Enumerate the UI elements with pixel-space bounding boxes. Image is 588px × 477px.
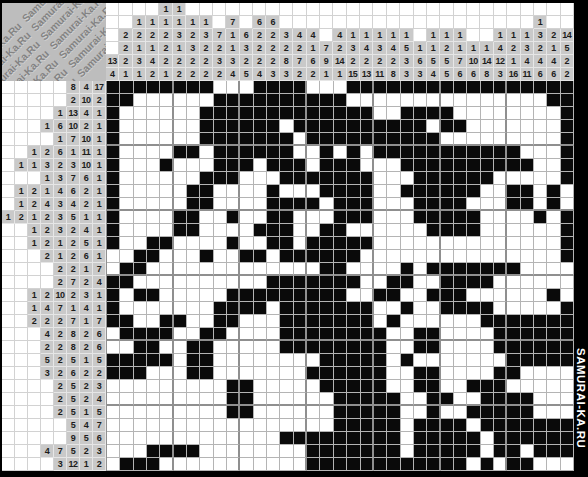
board-cell-empty[interactable] — [387, 367, 400, 380]
board-cell-filled[interactable] — [334, 315, 347, 328]
board-cell-empty[interactable] — [387, 328, 400, 341]
board-cell-empty[interactable] — [534, 250, 547, 263]
board-cell-empty[interactable] — [294, 263, 307, 276]
board-cell-empty[interactable] — [401, 432, 414, 445]
board-cell-filled[interactable] — [174, 146, 187, 159]
board-cell-filled[interactable] — [401, 354, 414, 367]
board-cell-filled[interactable] — [320, 185, 333, 198]
board-cell-filled[interactable] — [387, 276, 400, 289]
board-cell-empty[interactable] — [387, 172, 400, 185]
board-cell-filled[interactable] — [227, 237, 240, 250]
board-cell-empty[interactable] — [521, 94, 534, 107]
board-cell-filled[interactable] — [401, 263, 414, 276]
board-cell-empty[interactable] — [401, 406, 414, 419]
board-cell-empty[interactable] — [401, 211, 414, 224]
board-cell-empty[interactable] — [240, 445, 253, 458]
board-cell-filled[interactable] — [374, 120, 387, 133]
board-cell-empty[interactable] — [481, 354, 494, 367]
board-cell-filled[interactable] — [174, 315, 187, 328]
board-cell-empty[interactable] — [521, 263, 534, 276]
board-cell-empty[interactable] — [414, 406, 427, 419]
board-cell-filled[interactable] — [134, 263, 147, 276]
board-cell-empty[interactable] — [361, 94, 374, 107]
board-cell-empty[interactable] — [254, 354, 267, 367]
board-cell-filled[interactable] — [374, 432, 387, 445]
board-cell-empty[interactable] — [174, 341, 187, 354]
board-cell-filled[interactable] — [160, 159, 173, 172]
board-cell-empty[interactable] — [507, 94, 520, 107]
board-cell-filled[interactable] — [347, 172, 360, 185]
board-cell-empty[interactable] — [547, 133, 560, 146]
board-cell-filled[interactable] — [120, 263, 133, 276]
board-cell-filled[interactable] — [107, 237, 120, 250]
board-cell-empty[interactable] — [160, 289, 173, 302]
board-cell-filled[interactable] — [441, 107, 454, 120]
board-cell-filled[interactable] — [561, 315, 574, 328]
board-cell-empty[interactable] — [160, 380, 173, 393]
board-cell-filled[interactable] — [334, 237, 347, 250]
board-cell-empty[interactable] — [374, 159, 387, 172]
board-cell-filled[interactable] — [320, 94, 333, 107]
board-cell-filled[interactable] — [320, 133, 333, 146]
board-cell-empty[interactable] — [307, 406, 320, 419]
board-cell-filled[interactable] — [347, 185, 360, 198]
board-cell-filled[interactable] — [361, 341, 374, 354]
board-cell-empty[interactable] — [280, 367, 293, 380]
board-cell-empty[interactable] — [214, 263, 227, 276]
board-cell-empty[interactable] — [387, 250, 400, 263]
board-cell-empty[interactable] — [160, 458, 173, 471]
board-cell-empty[interactable] — [481, 94, 494, 107]
board-cell-filled[interactable] — [107, 315, 120, 328]
board-cell-empty[interactable] — [134, 380, 147, 393]
board-cell-filled[interactable] — [347, 159, 360, 172]
board-cell-filled[interactable] — [107, 224, 120, 237]
board-cell-filled[interactable] — [387, 315, 400, 328]
board-cell-empty[interactable] — [534, 367, 547, 380]
board-cell-empty[interactable] — [467, 367, 480, 380]
board-cell-filled[interactable] — [320, 276, 333, 289]
board-cell-filled[interactable] — [454, 159, 467, 172]
board-cell-empty[interactable] — [107, 406, 120, 419]
board-cell-empty[interactable] — [454, 328, 467, 341]
board-cell-filled[interactable] — [307, 445, 320, 458]
board-cell-filled[interactable] — [467, 211, 480, 224]
board-cell-empty[interactable] — [481, 445, 494, 458]
board-cell-filled[interactable] — [494, 341, 507, 354]
board-cell-filled[interactable] — [334, 367, 347, 380]
board-cell-empty[interactable] — [200, 276, 213, 289]
board-cell-empty[interactable] — [454, 250, 467, 263]
board-cell-empty[interactable] — [200, 380, 213, 393]
board-cell-empty[interactable] — [521, 250, 534, 263]
board-cell-filled[interactable] — [174, 81, 187, 94]
board-cell-empty[interactable] — [347, 224, 360, 237]
board-cell-filled[interactable] — [320, 432, 333, 445]
board-cell-empty[interactable] — [521, 276, 534, 289]
board-cell-filled[interactable] — [427, 419, 440, 432]
board-cell-empty[interactable] — [120, 445, 133, 458]
board-cell-empty[interactable] — [120, 289, 133, 302]
board-cell-empty[interactable] — [120, 146, 133, 159]
board-cell-empty[interactable] — [454, 341, 467, 354]
board-cell-empty[interactable] — [320, 419, 333, 432]
board-cell-filled[interactable] — [240, 302, 253, 315]
board-cell-filled[interactable] — [334, 406, 347, 419]
board-cell-empty[interactable] — [494, 458, 507, 471]
board-cell-empty[interactable] — [134, 107, 147, 120]
board-cell-empty[interactable] — [467, 198, 480, 211]
board-cell-filled[interactable] — [320, 367, 333, 380]
board-cell-filled[interactable] — [374, 380, 387, 393]
board-cell-filled[interactable] — [240, 107, 253, 120]
board-cell-filled[interactable] — [361, 133, 374, 146]
board-cell-empty[interactable] — [347, 263, 360, 276]
board-cell-filled[interactable] — [254, 81, 267, 94]
board-cell-empty[interactable] — [494, 224, 507, 237]
board-cell-filled[interactable] — [334, 276, 347, 289]
board-cell-empty[interactable] — [160, 107, 173, 120]
board-cell-filled[interactable] — [200, 107, 213, 120]
board-cell-empty[interactable] — [481, 289, 494, 302]
board-cell-empty[interactable] — [160, 211, 173, 224]
board-cell-filled[interactable] — [347, 367, 360, 380]
board-cell-filled[interactable] — [507, 81, 520, 94]
board-cell-empty[interactable] — [507, 120, 520, 133]
board-cell-filled[interactable] — [200, 185, 213, 198]
board-cell-filled[interactable] — [441, 263, 454, 276]
board-cell-empty[interactable] — [227, 328, 240, 341]
board-cell-empty[interactable] — [187, 380, 200, 393]
board-cell-filled[interactable] — [467, 276, 480, 289]
board-cell-empty[interactable] — [507, 133, 520, 146]
board-cell-filled[interactable] — [107, 276, 120, 289]
board-cell-filled[interactable] — [521, 159, 534, 172]
board-cell-filled[interactable] — [387, 146, 400, 159]
board-cell-empty[interactable] — [214, 250, 227, 263]
board-cell-filled[interactable] — [334, 328, 347, 341]
board-cell-empty[interactable] — [214, 276, 227, 289]
board-cell-filled[interactable] — [214, 159, 227, 172]
board-cell-filled[interactable] — [294, 328, 307, 341]
board-cell-filled[interactable] — [414, 81, 427, 94]
board-cell-empty[interactable] — [481, 237, 494, 250]
board-cell-empty[interactable] — [547, 159, 560, 172]
board-cell-filled[interactable] — [267, 198, 280, 211]
board-cell-empty[interactable] — [334, 146, 347, 159]
board-cell-empty[interactable] — [494, 276, 507, 289]
board-cell-filled[interactable] — [374, 133, 387, 146]
board-cell-empty[interactable] — [561, 198, 574, 211]
board-cell-filled[interactable] — [227, 393, 240, 406]
board-cell-empty[interactable] — [160, 263, 173, 276]
board-cell-filled[interactable] — [467, 159, 480, 172]
board-cell-empty[interactable] — [134, 211, 147, 224]
board-cell-filled[interactable] — [494, 263, 507, 276]
board-cell-empty[interactable] — [160, 172, 173, 185]
board-cell-empty[interactable] — [361, 146, 374, 159]
board-cell-empty[interactable] — [414, 354, 427, 367]
board-cell-empty[interactable] — [441, 94, 454, 107]
board-cell-empty[interactable] — [267, 328, 280, 341]
board-cell-filled[interactable] — [561, 445, 574, 458]
board-cell-empty[interactable] — [427, 94, 440, 107]
board-cell-filled[interactable] — [534, 81, 547, 94]
board-cell-empty[interactable] — [547, 146, 560, 159]
board-cell-empty[interactable] — [107, 458, 120, 471]
board-cell-empty[interactable] — [240, 224, 253, 237]
board-cell-empty[interactable] — [320, 81, 333, 94]
board-cell-empty[interactable] — [174, 302, 187, 315]
board-cell-empty[interactable] — [187, 315, 200, 328]
board-cell-empty[interactable] — [307, 211, 320, 224]
board-cell-filled[interactable] — [414, 120, 427, 133]
board-cell-filled[interactable] — [307, 302, 320, 315]
board-cell-filled[interactable] — [187, 81, 200, 94]
board-cell-filled[interactable] — [374, 289, 387, 302]
board-cell-filled[interactable] — [401, 185, 414, 198]
board-cell-filled[interactable] — [414, 133, 427, 146]
board-cell-empty[interactable] — [160, 419, 173, 432]
board-cell-filled[interactable] — [494, 419, 507, 432]
board-cell-empty[interactable] — [427, 315, 440, 328]
board-cell-empty[interactable] — [147, 224, 160, 237]
board-cell-empty[interactable] — [227, 224, 240, 237]
board-cell-empty[interactable] — [454, 367, 467, 380]
board-cell-filled[interactable] — [441, 172, 454, 185]
board-cell-empty[interactable] — [467, 341, 480, 354]
board-cell-filled[interactable] — [120, 458, 133, 471]
board-cell-filled[interactable] — [441, 224, 454, 237]
board-cell-filled[interactable] — [334, 445, 347, 458]
board-cell-filled[interactable] — [200, 328, 213, 341]
board-cell-filled[interactable] — [307, 198, 320, 211]
board-cell-empty[interactable] — [441, 406, 454, 419]
board-cell-empty[interactable] — [387, 94, 400, 107]
board-cell-filled[interactable] — [107, 159, 120, 172]
board-cell-empty[interactable] — [187, 120, 200, 133]
board-cell-empty[interactable] — [401, 341, 414, 354]
board-cell-filled[interactable] — [347, 211, 360, 224]
board-cell-empty[interactable] — [441, 354, 454, 367]
board-cell-empty[interactable] — [414, 302, 427, 315]
board-cell-filled[interactable] — [427, 185, 440, 198]
board-cell-filled[interactable] — [547, 94, 560, 107]
board-cell-empty[interactable] — [401, 328, 414, 341]
board-cell-filled[interactable] — [454, 211, 467, 224]
board-cell-empty[interactable] — [494, 198, 507, 211]
board-cell-filled[interactable] — [441, 198, 454, 211]
board-cell-empty[interactable] — [227, 432, 240, 445]
board-cell-filled[interactable] — [467, 380, 480, 393]
board-cell-filled[interactable] — [507, 315, 520, 328]
board-cell-empty[interactable] — [547, 250, 560, 263]
board-cell-filled[interactable] — [267, 81, 280, 94]
board-cell-filled[interactable] — [494, 159, 507, 172]
board-cell-filled[interactable] — [347, 458, 360, 471]
board-cell-empty[interactable] — [214, 81, 227, 94]
board-cell-filled[interactable] — [481, 263, 494, 276]
board-cell-empty[interactable] — [187, 237, 200, 250]
board-cell-filled[interactable] — [547, 185, 560, 198]
board-cell-empty[interactable] — [507, 302, 520, 315]
board-cell-filled[interactable] — [200, 81, 213, 94]
board-cell-filled[interactable] — [547, 341, 560, 354]
board-cell-filled[interactable] — [307, 367, 320, 380]
board-cell-empty[interactable] — [174, 380, 187, 393]
board-cell-empty[interactable] — [521, 146, 534, 159]
board-cell-filled[interactable] — [280, 211, 293, 224]
board-cell-filled[interactable] — [334, 224, 347, 237]
board-cell-empty[interactable] — [427, 120, 440, 133]
board-cell-filled[interactable] — [320, 458, 333, 471]
board-cell-filled[interactable] — [320, 120, 333, 133]
board-cell-filled[interactable] — [334, 432, 347, 445]
board-cell-filled[interactable] — [467, 185, 480, 198]
board-cell-empty[interactable] — [494, 302, 507, 315]
board-cell-empty[interactable] — [280, 393, 293, 406]
board-cell-empty[interactable] — [534, 94, 547, 107]
board-cell-filled[interactable] — [107, 211, 120, 224]
board-cell-empty[interactable] — [467, 419, 480, 432]
board-cell-empty[interactable] — [227, 185, 240, 198]
board-cell-filled[interactable] — [454, 146, 467, 159]
board-cell-empty[interactable] — [200, 458, 213, 471]
board-cell-filled[interactable] — [200, 120, 213, 133]
board-cell-filled[interactable] — [334, 393, 347, 406]
board-cell-empty[interactable] — [521, 211, 534, 224]
board-cell-filled[interactable] — [427, 289, 440, 302]
board-cell-empty[interactable] — [200, 211, 213, 224]
board-cell-filled[interactable] — [441, 432, 454, 445]
board-cell-filled[interactable] — [494, 328, 507, 341]
board-cell-filled[interactable] — [174, 224, 187, 237]
board-cell-filled[interactable] — [427, 445, 440, 458]
board-cell-empty[interactable] — [200, 237, 213, 250]
board-cell-empty[interactable] — [174, 263, 187, 276]
board-cell-filled[interactable] — [320, 250, 333, 263]
board-cell-filled[interactable] — [107, 367, 120, 380]
board-cell-filled[interactable] — [240, 380, 253, 393]
board-cell-empty[interactable] — [174, 133, 187, 146]
board-cell-filled[interactable] — [280, 146, 293, 159]
board-cell-filled[interactable] — [547, 419, 560, 432]
board-cell-empty[interactable] — [494, 289, 507, 302]
board-cell-empty[interactable] — [307, 393, 320, 406]
board-cell-filled[interactable] — [454, 224, 467, 237]
board-cell-empty[interactable] — [547, 120, 560, 133]
board-cell-filled[interactable] — [320, 315, 333, 328]
board-cell-empty[interactable] — [387, 263, 400, 276]
board-cell-empty[interactable] — [294, 224, 307, 237]
board-cell-empty[interactable] — [467, 120, 480, 133]
board-cell-filled[interactable] — [387, 445, 400, 458]
board-cell-empty[interactable] — [294, 237, 307, 250]
board-cell-empty[interactable] — [374, 250, 387, 263]
board-cell-filled[interactable] — [454, 432, 467, 445]
board-cell-empty[interactable] — [547, 172, 560, 185]
board-cell-filled[interactable] — [280, 302, 293, 315]
board-cell-filled[interactable] — [240, 120, 253, 133]
board-cell-empty[interactable] — [294, 146, 307, 159]
board-cell-filled[interactable] — [307, 237, 320, 250]
board-cell-filled[interactable] — [267, 120, 280, 133]
board-cell-empty[interactable] — [254, 380, 267, 393]
board-cell-filled[interactable] — [441, 146, 454, 159]
board-cell-empty[interactable] — [120, 302, 133, 315]
board-cell-empty[interactable] — [494, 107, 507, 120]
board-cell-empty[interactable] — [187, 406, 200, 419]
board-cell-filled[interactable] — [414, 367, 427, 380]
board-cell-empty[interactable] — [187, 328, 200, 341]
board-cell-empty[interactable] — [414, 224, 427, 237]
board-cell-filled[interactable] — [160, 354, 173, 367]
board-cell-filled[interactable] — [561, 328, 574, 341]
board-cell-empty[interactable] — [454, 237, 467, 250]
board-cell-empty[interactable] — [134, 419, 147, 432]
board-cell-empty[interactable] — [401, 445, 414, 458]
board-cell-filled[interactable] — [454, 302, 467, 315]
board-cell-filled[interactable] — [547, 289, 560, 302]
board-cell-empty[interactable] — [134, 120, 147, 133]
board-cell-filled[interactable] — [254, 133, 267, 146]
board-cell-empty[interactable] — [374, 107, 387, 120]
board-cell-filled[interactable] — [427, 367, 440, 380]
board-cell-filled[interactable] — [441, 120, 454, 133]
board-cell-empty[interactable] — [414, 315, 427, 328]
board-cell-empty[interactable] — [160, 367, 173, 380]
board-cell-empty[interactable] — [534, 393, 547, 406]
board-cell-empty[interactable] — [534, 263, 547, 276]
board-cell-filled[interactable] — [320, 237, 333, 250]
board-cell-empty[interactable] — [414, 276, 427, 289]
board-cell-filled[interactable] — [280, 159, 293, 172]
board-cell-filled[interactable] — [307, 315, 320, 328]
board-cell-empty[interactable] — [441, 315, 454, 328]
board-cell-empty[interactable] — [374, 237, 387, 250]
board-cell-filled[interactable] — [534, 419, 547, 432]
board-cell-empty[interactable] — [387, 302, 400, 315]
board-cell-filled[interactable] — [427, 198, 440, 211]
board-cell-empty[interactable] — [214, 432, 227, 445]
board-cell-empty[interactable] — [507, 237, 520, 250]
board-cell-filled[interactable] — [347, 315, 360, 328]
board-cell-empty[interactable] — [401, 250, 414, 263]
board-cell-filled[interactable] — [120, 94, 133, 107]
board-cell-empty[interactable] — [280, 185, 293, 198]
board-cell-empty[interactable] — [507, 107, 520, 120]
board-cell-empty[interactable] — [214, 406, 227, 419]
board-cell-filled[interactable] — [160, 237, 173, 250]
board-cell-empty[interactable] — [174, 328, 187, 341]
board-cell-filled[interactable] — [427, 146, 440, 159]
board-cell-empty[interactable] — [240, 185, 253, 198]
board-cell-filled[interactable] — [561, 120, 574, 133]
board-cell-empty[interactable] — [120, 120, 133, 133]
board-cell-empty[interactable] — [174, 185, 187, 198]
board-cell-empty[interactable] — [561, 393, 574, 406]
board-cell-filled[interactable] — [427, 328, 440, 341]
board-cell-empty[interactable] — [294, 380, 307, 393]
board-cell-empty[interactable] — [401, 237, 414, 250]
board-cell-filled[interactable] — [134, 328, 147, 341]
board-cell-empty[interactable] — [227, 354, 240, 367]
board-cell-empty[interactable] — [307, 263, 320, 276]
board-cell-filled[interactable] — [467, 406, 480, 419]
board-cell-filled[interactable] — [414, 146, 427, 159]
board-cell-empty[interactable] — [467, 458, 480, 471]
board-cell-empty[interactable] — [134, 237, 147, 250]
